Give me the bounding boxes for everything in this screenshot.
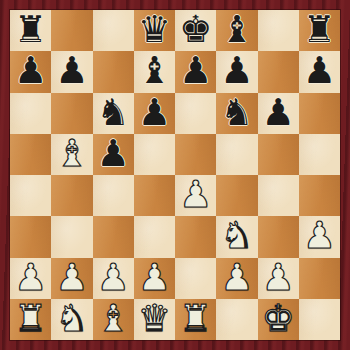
black-king: ♚	[179, 11, 212, 48]
square-f5[interactable]	[216, 134, 257, 175]
square-a5[interactable]	[10, 134, 51, 175]
white-queen: ♛	[138, 300, 171, 337]
square-a7[interactable]: ♟	[10, 51, 51, 92]
square-f6[interactable]: ♞	[216, 93, 257, 134]
square-a4[interactable]	[10, 175, 51, 216]
white-pawn: ♟	[303, 217, 336, 254]
white-knight: ♞	[220, 217, 253, 254]
square-c2[interactable]: ♟	[93, 258, 134, 299]
square-f3[interactable]: ♞	[216, 216, 257, 257]
square-h3[interactable]: ♟	[299, 216, 340, 257]
white-pawn: ♟	[179, 176, 212, 213]
black-pawn: ♟	[97, 135, 130, 172]
square-d6[interactable]: ♟	[134, 93, 175, 134]
square-d5[interactable]	[134, 134, 175, 175]
square-g8[interactable]	[258, 10, 299, 51]
square-e7[interactable]: ♟	[175, 51, 216, 92]
square-h1[interactable]	[299, 299, 340, 340]
black-knight: ♞	[97, 94, 130, 131]
white-bishop: ♝	[97, 300, 130, 337]
square-b3[interactable]	[51, 216, 92, 257]
black-pawn: ♟	[138, 94, 171, 131]
black-pawn: ♟	[179, 52, 212, 89]
square-a6[interactable]	[10, 93, 51, 134]
black-pawn: ♟	[262, 94, 295, 131]
square-d2[interactable]: ♟	[134, 258, 175, 299]
square-h6[interactable]	[299, 93, 340, 134]
square-f8[interactable]: ♝	[216, 10, 257, 51]
square-f4[interactable]	[216, 175, 257, 216]
square-g5[interactable]	[258, 134, 299, 175]
square-f7[interactable]: ♟	[216, 51, 257, 92]
square-c1[interactable]: ♝	[93, 299, 134, 340]
square-c8[interactable]	[93, 10, 134, 51]
black-pawn: ♟	[303, 52, 336, 89]
square-h5[interactable]	[299, 134, 340, 175]
square-d8[interactable]: ♛	[134, 10, 175, 51]
square-e5[interactable]	[175, 134, 216, 175]
square-c7[interactable]	[93, 51, 134, 92]
square-e1[interactable]: ♜	[175, 299, 216, 340]
square-b7[interactable]: ♟	[51, 51, 92, 92]
square-d3[interactable]	[134, 216, 175, 257]
black-bishop: ♝	[138, 52, 171, 89]
square-e3[interactable]	[175, 216, 216, 257]
square-b4[interactable]	[51, 175, 92, 216]
square-e8[interactable]: ♚	[175, 10, 216, 51]
square-c6[interactable]: ♞	[93, 93, 134, 134]
square-g2[interactable]: ♟	[258, 258, 299, 299]
square-c5[interactable]: ♟	[93, 134, 134, 175]
white-pawn: ♟	[138, 259, 171, 296]
square-b6[interactable]	[51, 93, 92, 134]
square-h4[interactable]	[299, 175, 340, 216]
square-d1[interactable]: ♛	[134, 299, 175, 340]
square-g1[interactable]: ♚	[258, 299, 299, 340]
white-king: ♚	[262, 300, 295, 337]
square-e4[interactable]: ♟	[175, 175, 216, 216]
square-b8[interactable]	[51, 10, 92, 51]
white-rook: ♜	[14, 300, 47, 337]
black-pawn: ♟	[14, 52, 47, 89]
square-f1[interactable]	[216, 299, 257, 340]
black-pawn: ♟	[220, 52, 253, 89]
square-g4[interactable]	[258, 175, 299, 216]
square-g6[interactable]: ♟	[258, 93, 299, 134]
black-bishop: ♝	[220, 11, 253, 48]
square-b1[interactable]: ♞	[51, 299, 92, 340]
square-a8[interactable]: ♜	[10, 10, 51, 51]
black-rook: ♜	[303, 11, 336, 48]
square-c3[interactable]	[93, 216, 134, 257]
square-f2[interactable]: ♟	[216, 258, 257, 299]
square-g3[interactable]	[258, 216, 299, 257]
black-queen: ♛	[138, 11, 171, 48]
black-pawn: ♟	[55, 52, 88, 89]
chess-board: ♜♛♚♝♜♟♟♝♟♟♟♞♟♞♟♝♟♟♞♟♟♟♟♟♟♟♜♞♝♛♜♚	[10, 10, 340, 340]
square-d4[interactable]	[134, 175, 175, 216]
black-rook: ♜	[14, 11, 47, 48]
square-c4[interactable]	[93, 175, 134, 216]
square-a3[interactable]	[10, 216, 51, 257]
white-pawn: ♟	[220, 259, 253, 296]
white-pawn: ♟	[14, 259, 47, 296]
white-rook: ♜	[179, 300, 212, 337]
square-b2[interactable]: ♟	[51, 258, 92, 299]
square-b5[interactable]: ♝	[51, 134, 92, 175]
square-h7[interactable]: ♟	[299, 51, 340, 92]
white-pawn: ♟	[262, 259, 295, 296]
square-a1[interactable]: ♜	[10, 299, 51, 340]
square-g7[interactable]	[258, 51, 299, 92]
black-knight: ♞	[220, 94, 253, 131]
white-knight: ♞	[55, 300, 88, 337]
square-e6[interactable]	[175, 93, 216, 134]
square-e2[interactable]	[175, 258, 216, 299]
white-bishop: ♝	[55, 135, 88, 172]
white-pawn: ♟	[55, 259, 88, 296]
white-pawn: ♟	[97, 259, 130, 296]
chess-board-frame: ♜♛♚♝♜♟♟♝♟♟♟♞♟♞♟♝♟♟♞♟♟♟♟♟♟♟♜♞♝♛♜♚	[0, 0, 350, 350]
square-h2[interactable]	[299, 258, 340, 299]
square-a2[interactable]: ♟	[10, 258, 51, 299]
square-h8[interactable]: ♜	[299, 10, 340, 51]
square-d7[interactable]: ♝	[134, 51, 175, 92]
